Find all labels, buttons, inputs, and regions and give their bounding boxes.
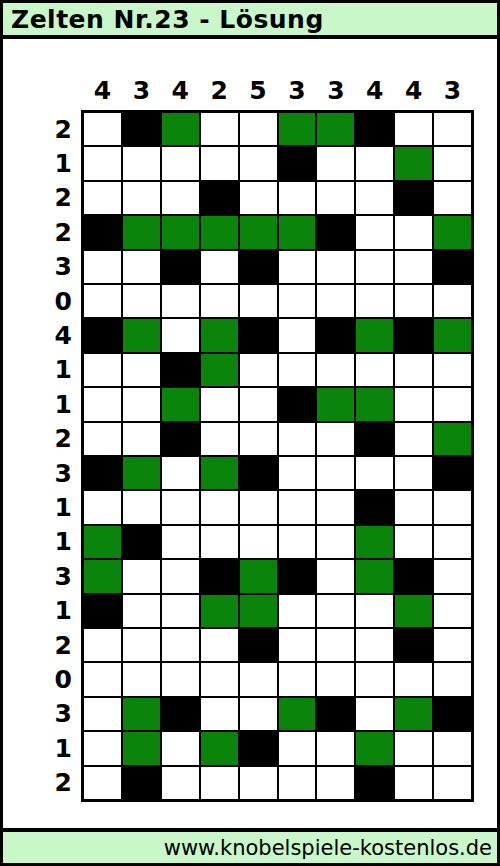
row-clue-14: 3 bbox=[3, 560, 77, 592]
tree-cell-r4c5 bbox=[240, 216, 277, 248]
empty-cell-r20c3 bbox=[162, 767, 199, 799]
empty-cell-r12c4 bbox=[201, 491, 238, 523]
empty-cell-r19c10 bbox=[434, 732, 471, 764]
empty-cell-r11c6 bbox=[279, 457, 316, 489]
tent-cell-r20c8 bbox=[356, 767, 393, 799]
empty-cell-r3c8 bbox=[356, 182, 393, 214]
empty-cell-r16c2 bbox=[123, 629, 160, 661]
website-url: www.knobelspiele-kostenlos.de bbox=[164, 836, 492, 860]
empty-cell-r12c6 bbox=[279, 491, 316, 523]
empty-cell-r2c7 bbox=[317, 147, 354, 179]
col-clue-2: 3 bbox=[133, 78, 150, 103]
empty-cell-r10c2 bbox=[123, 423, 160, 455]
empty-cell-r3c3 bbox=[162, 182, 199, 214]
empty-cell-r20c6 bbox=[279, 767, 316, 799]
empty-cell-r13c7 bbox=[317, 526, 354, 558]
empty-cell-r6c10 bbox=[434, 285, 471, 317]
tree-cell-r15c9 bbox=[395, 595, 432, 627]
tent-cell-r15c1 bbox=[84, 595, 121, 627]
empty-cell-r12c1 bbox=[84, 491, 121, 523]
empty-cell-r10c5 bbox=[240, 423, 277, 455]
row-clue-5: 3 bbox=[3, 251, 77, 283]
tent-cell-r11c1 bbox=[84, 457, 121, 489]
tree-cell-r4c3 bbox=[162, 216, 199, 248]
tent-cell-r1c2 bbox=[123, 113, 160, 145]
empty-cell-r13c9 bbox=[395, 526, 432, 558]
empty-cell-r6c1 bbox=[84, 285, 121, 317]
empty-cell-r1c4 bbox=[201, 113, 238, 145]
empty-cell-r10c1 bbox=[84, 423, 121, 455]
col-clue-6: 3 bbox=[288, 78, 305, 103]
tree-cell-r19c4 bbox=[201, 732, 238, 764]
empty-cell-r19c6 bbox=[279, 732, 316, 764]
tent-cell-r4c7 bbox=[317, 216, 354, 248]
empty-cell-r12c9 bbox=[395, 491, 432, 523]
empty-cell-r19c7 bbox=[317, 732, 354, 764]
empty-cell-r20c7 bbox=[317, 767, 354, 799]
row-clue-11: 3 bbox=[3, 457, 77, 489]
tree-cell-r18c2 bbox=[123, 698, 160, 730]
tree-cell-r4c2 bbox=[123, 216, 160, 248]
row-clue-6: 0 bbox=[3, 285, 77, 317]
tent-cell-r2c6 bbox=[279, 147, 316, 179]
empty-cell-r5c9 bbox=[395, 251, 432, 283]
tree-cell-r18c6 bbox=[279, 698, 316, 730]
page: Zelten Nr.23 - Lösung 4342533443 2122304… bbox=[0, 0, 500, 866]
row-clue-19: 1 bbox=[3, 732, 77, 764]
empty-cell-r8c1 bbox=[84, 354, 121, 386]
empty-cell-r16c10 bbox=[434, 629, 471, 661]
empty-cell-r10c4 bbox=[201, 423, 238, 455]
tent-cell-r7c7 bbox=[317, 319, 354, 351]
tree-cell-r9c3 bbox=[162, 388, 199, 420]
row-clue-8: 1 bbox=[3, 354, 77, 386]
tree-cell-r1c3 bbox=[162, 113, 199, 145]
empty-cell-r20c5 bbox=[240, 767, 277, 799]
empty-cell-r6c2 bbox=[123, 285, 160, 317]
empty-cell-r11c3 bbox=[162, 457, 199, 489]
empty-cell-r12c5 bbox=[240, 491, 277, 523]
tent-cell-r9c6 bbox=[279, 388, 316, 420]
empty-cell-r6c5 bbox=[240, 285, 277, 317]
tree-cell-r14c5 bbox=[240, 560, 277, 592]
empty-cell-r12c3 bbox=[162, 491, 199, 523]
tent-cell-r3c9 bbox=[395, 182, 432, 214]
empty-cell-r11c7 bbox=[317, 457, 354, 489]
row-clue-9: 1 bbox=[3, 388, 77, 420]
empty-cell-r1c5 bbox=[240, 113, 277, 145]
empty-cell-r20c4 bbox=[201, 767, 238, 799]
row-clue-16: 2 bbox=[3, 629, 77, 661]
empty-cell-r16c7 bbox=[317, 629, 354, 661]
row-clue-3: 2 bbox=[3, 182, 77, 214]
tent-cell-r5c3 bbox=[162, 251, 199, 283]
tree-cell-r9c7 bbox=[317, 388, 354, 420]
tent-cell-r12c8 bbox=[356, 491, 393, 523]
empty-cell-r13c5 bbox=[240, 526, 277, 558]
empty-cell-r17c5 bbox=[240, 663, 277, 695]
empty-cell-r16c8 bbox=[356, 629, 393, 661]
empty-cell-r1c10 bbox=[434, 113, 471, 145]
empty-cell-r7c6 bbox=[279, 319, 316, 351]
row-clue-4: 2 bbox=[3, 216, 77, 248]
empty-cell-r9c5 bbox=[240, 388, 277, 420]
tree-cell-r1c6 bbox=[279, 113, 316, 145]
row-clues: 21223041123113120312 bbox=[3, 113, 77, 799]
tree-cell-r9c8 bbox=[356, 388, 393, 420]
empty-cell-r6c4 bbox=[201, 285, 238, 317]
tent-cell-r18c7 bbox=[317, 698, 354, 730]
empty-cell-r17c8 bbox=[356, 663, 393, 695]
empty-cell-r15c2 bbox=[123, 595, 160, 627]
empty-cell-r2c1 bbox=[84, 147, 121, 179]
empty-cell-r2c10 bbox=[434, 147, 471, 179]
tree-cell-r7c4 bbox=[201, 319, 238, 351]
tent-cell-r7c5 bbox=[240, 319, 277, 351]
row-clue-10: 2 bbox=[3, 423, 77, 455]
empty-cell-r3c1 bbox=[84, 182, 121, 214]
empty-cell-r12c7 bbox=[317, 491, 354, 523]
tent-cell-r10c3 bbox=[162, 423, 199, 455]
empty-cell-r15c6 bbox=[279, 595, 316, 627]
tent-cell-r14c6 bbox=[279, 560, 316, 592]
empty-cell-r3c5 bbox=[240, 182, 277, 214]
tree-cell-r13c8 bbox=[356, 526, 393, 558]
col-clue-10: 3 bbox=[444, 78, 461, 103]
row-clue-1: 2 bbox=[3, 113, 77, 145]
tree-cell-r14c1 bbox=[84, 560, 121, 592]
empty-cell-r6c8 bbox=[356, 285, 393, 317]
empty-cell-r4c8 bbox=[356, 216, 393, 248]
tree-cell-r4c4 bbox=[201, 216, 238, 248]
empty-cell-r12c10 bbox=[434, 491, 471, 523]
row-clue-18: 3 bbox=[3, 698, 77, 730]
empty-cell-r8c5 bbox=[240, 354, 277, 386]
tree-cell-r15c5 bbox=[240, 595, 277, 627]
empty-cell-r17c4 bbox=[201, 663, 238, 695]
empty-cell-r9c4 bbox=[201, 388, 238, 420]
tent-cell-r20c2 bbox=[123, 767, 160, 799]
empty-cell-r11c9 bbox=[395, 457, 432, 489]
tree-cell-r19c8 bbox=[356, 732, 393, 764]
tree-cell-r4c10 bbox=[434, 216, 471, 248]
tent-cell-r7c1 bbox=[84, 319, 121, 351]
empty-cell-r15c7 bbox=[317, 595, 354, 627]
tree-cell-r7c2 bbox=[123, 319, 160, 351]
row-clue-2: 1 bbox=[3, 147, 77, 179]
col-clue-1: 4 bbox=[94, 78, 111, 103]
row-clue-15: 1 bbox=[3, 595, 77, 627]
empty-cell-r13c10 bbox=[434, 526, 471, 558]
tent-cell-r16c5 bbox=[240, 629, 277, 661]
tree-cell-r13c1 bbox=[84, 526, 121, 558]
empty-cell-r2c5 bbox=[240, 147, 277, 179]
tree-cell-r11c2 bbox=[123, 457, 160, 489]
empty-cell-r11c8 bbox=[356, 457, 393, 489]
tent-cell-r11c10 bbox=[434, 457, 471, 489]
empty-cell-r13c3 bbox=[162, 526, 199, 558]
empty-cell-r6c7 bbox=[317, 285, 354, 317]
empty-cell-r8c7 bbox=[317, 354, 354, 386]
tent-cell-r1c8 bbox=[356, 113, 393, 145]
empty-cell-r17c3 bbox=[162, 663, 199, 695]
empty-cell-r18c1 bbox=[84, 698, 121, 730]
column-clues: 4342533443 bbox=[84, 71, 471, 103]
tent-cell-r19c5 bbox=[240, 732, 277, 764]
footer-bar: www.knobelspiele-kostenlos.de bbox=[3, 828, 497, 863]
tent-cell-r7c9 bbox=[395, 319, 432, 351]
empty-cell-r13c6 bbox=[279, 526, 316, 558]
empty-cell-r8c2 bbox=[123, 354, 160, 386]
tent-cell-r16c9 bbox=[395, 629, 432, 661]
tree-cell-r11c4 bbox=[201, 457, 238, 489]
empty-cell-r5c8 bbox=[356, 251, 393, 283]
col-clue-7: 3 bbox=[327, 78, 344, 103]
col-clue-9: 4 bbox=[405, 78, 422, 103]
empty-cell-r8c6 bbox=[279, 354, 316, 386]
col-clue-4: 2 bbox=[210, 78, 227, 103]
empty-cell-r5c4 bbox=[201, 251, 238, 283]
empty-cell-r8c9 bbox=[395, 354, 432, 386]
empty-cell-r6c6 bbox=[279, 285, 316, 317]
empty-cell-r2c2 bbox=[123, 147, 160, 179]
empty-cell-r18c4 bbox=[201, 698, 238, 730]
empty-cell-r16c3 bbox=[162, 629, 199, 661]
empty-cell-r16c1 bbox=[84, 629, 121, 661]
empty-cell-r9c9 bbox=[395, 388, 432, 420]
tree-cell-r14c8 bbox=[356, 560, 393, 592]
tent-cell-r10c8 bbox=[356, 423, 393, 455]
tree-cell-r8c4 bbox=[201, 354, 238, 386]
empty-cell-r18c8 bbox=[356, 698, 393, 730]
empty-cell-r13c4 bbox=[201, 526, 238, 558]
empty-cell-r6c3 bbox=[162, 285, 199, 317]
empty-cell-r9c1 bbox=[84, 388, 121, 420]
empty-cell-r2c8 bbox=[356, 147, 393, 179]
tent-cell-r5c10 bbox=[434, 251, 471, 283]
tree-cell-r4c6 bbox=[279, 216, 316, 248]
empty-cell-r15c10 bbox=[434, 595, 471, 627]
empty-cell-r14c10 bbox=[434, 560, 471, 592]
tent-cell-r18c3 bbox=[162, 698, 199, 730]
tree-cell-r15c4 bbox=[201, 595, 238, 627]
col-clue-3: 4 bbox=[172, 78, 189, 103]
empty-cell-r16c4 bbox=[201, 629, 238, 661]
empty-cell-r3c6 bbox=[279, 182, 316, 214]
row-clue-12: 1 bbox=[3, 491, 77, 523]
row-clue-7: 4 bbox=[3, 319, 77, 351]
tent-cell-r11c5 bbox=[240, 457, 277, 489]
tent-cell-r14c4 bbox=[201, 560, 238, 592]
page-title: Zelten Nr.23 - Lösung bbox=[11, 5, 324, 34]
col-clue-5: 5 bbox=[249, 78, 266, 103]
tree-cell-r7c8 bbox=[356, 319, 393, 351]
empty-cell-r20c9 bbox=[395, 767, 432, 799]
empty-cell-r2c4 bbox=[201, 147, 238, 179]
empty-cell-r5c2 bbox=[123, 251, 160, 283]
empty-cell-r6c9 bbox=[395, 285, 432, 317]
empty-cell-r20c1 bbox=[84, 767, 121, 799]
empty-cell-r9c2 bbox=[123, 388, 160, 420]
tree-cell-r2c9 bbox=[395, 147, 432, 179]
empty-cell-r15c3 bbox=[162, 595, 199, 627]
empty-cell-r16c6 bbox=[279, 629, 316, 661]
row-clue-20: 2 bbox=[3, 767, 77, 799]
empty-cell-r5c1 bbox=[84, 251, 121, 283]
tent-cell-r4c1 bbox=[84, 216, 121, 248]
tree-cell-r1c7 bbox=[317, 113, 354, 145]
title-bar: Zelten Nr.23 - Lösung bbox=[3, 3, 497, 39]
empty-cell-r10c9 bbox=[395, 423, 432, 455]
empty-cell-r5c6 bbox=[279, 251, 316, 283]
empty-cell-r19c1 bbox=[84, 732, 121, 764]
empty-cell-r1c1 bbox=[84, 113, 121, 145]
empty-cell-r9c10 bbox=[434, 388, 471, 420]
empty-cell-r14c7 bbox=[317, 560, 354, 592]
empty-cell-r19c3 bbox=[162, 732, 199, 764]
empty-cell-r17c1 bbox=[84, 663, 121, 695]
empty-cell-r4c9 bbox=[395, 216, 432, 248]
tree-cell-r18c9 bbox=[395, 698, 432, 730]
empty-cell-r14c2 bbox=[123, 560, 160, 592]
tent-cell-r8c3 bbox=[162, 354, 199, 386]
empty-cell-r20c10 bbox=[434, 767, 471, 799]
row-clue-17: 0 bbox=[3, 663, 77, 695]
empty-cell-r19c9 bbox=[395, 732, 432, 764]
row-clue-13: 1 bbox=[3, 526, 77, 558]
tent-cell-r5c5 bbox=[240, 251, 277, 283]
empty-cell-r15c8 bbox=[356, 595, 393, 627]
empty-cell-r14c3 bbox=[162, 560, 199, 592]
tent-cell-r18c10 bbox=[434, 698, 471, 730]
empty-cell-r17c10 bbox=[434, 663, 471, 695]
empty-cell-r3c2 bbox=[123, 182, 160, 214]
empty-cell-r10c6 bbox=[279, 423, 316, 455]
empty-cell-r17c6 bbox=[279, 663, 316, 695]
empty-cell-r5c7 bbox=[317, 251, 354, 283]
board bbox=[81, 110, 474, 802]
empty-cell-r1c9 bbox=[395, 113, 432, 145]
tent-cell-r13c2 bbox=[123, 526, 160, 558]
tree-cell-r19c2 bbox=[123, 732, 160, 764]
tree-cell-r10c10 bbox=[434, 423, 471, 455]
empty-cell-r8c8 bbox=[356, 354, 393, 386]
empty-cell-r12c2 bbox=[123, 491, 160, 523]
tent-cell-r3c4 bbox=[201, 182, 238, 214]
empty-cell-r2c3 bbox=[162, 147, 199, 179]
tree-cell-r7c10 bbox=[434, 319, 471, 351]
col-clue-8: 4 bbox=[366, 78, 383, 103]
empty-cell-r3c7 bbox=[317, 182, 354, 214]
empty-cell-r8c10 bbox=[434, 354, 471, 386]
empty-cell-r17c2 bbox=[123, 663, 160, 695]
tent-cell-r14c9 bbox=[395, 560, 432, 592]
empty-cell-r7c3 bbox=[162, 319, 199, 351]
empty-cell-r3c10 bbox=[434, 182, 471, 214]
empty-cell-r17c9 bbox=[395, 663, 432, 695]
empty-cell-r17c7 bbox=[317, 663, 354, 695]
empty-cell-r18c5 bbox=[240, 698, 277, 730]
empty-cell-r10c7 bbox=[317, 423, 354, 455]
